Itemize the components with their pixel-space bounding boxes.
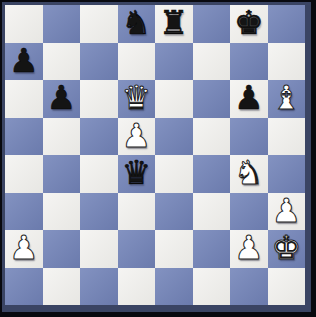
square-c2[interactable] — [80, 230, 118, 268]
square-c5[interactable] — [80, 118, 118, 156]
square-d2[interactable] — [118, 230, 156, 268]
square-c3[interactable] — [80, 193, 118, 231]
square-b6[interactable]: ♟ — [43, 80, 81, 118]
square-d4[interactable]: ♛ — [118, 155, 156, 193]
square-a5[interactable] — [5, 118, 43, 156]
square-e8[interactable]: ♜ — [155, 5, 193, 43]
black-queen-icon[interactable]: ♛ — [121, 156, 151, 189]
square-b1[interactable] — [43, 268, 81, 306]
board-outer-border: ♞♜♚♟♟♛♟♝♟♛♞♟♟♟♚ — [0, 0, 316, 317]
square-c7[interactable] — [80, 43, 118, 81]
square-c1[interactable] — [80, 268, 118, 306]
square-a8[interactable] — [5, 5, 43, 43]
square-h2[interactable]: ♚ — [268, 230, 306, 268]
square-f5[interactable] — [193, 118, 231, 156]
square-f7[interactable] — [193, 43, 231, 81]
black-pawn-icon[interactable]: ♟ — [9, 44, 39, 77]
black-rook-icon[interactable]: ♜ — [159, 6, 189, 39]
black-knight-icon[interactable]: ♞ — [121, 6, 151, 39]
square-f3[interactable] — [193, 193, 231, 231]
square-b2[interactable] — [43, 230, 81, 268]
square-b3[interactable] — [43, 193, 81, 231]
square-f1[interactable] — [193, 268, 231, 306]
square-d5[interactable]: ♟ — [118, 118, 156, 156]
square-g1[interactable] — [230, 268, 268, 306]
square-e6[interactable] — [155, 80, 193, 118]
square-f8[interactable] — [193, 5, 231, 43]
square-g6[interactable]: ♟ — [230, 80, 268, 118]
square-b8[interactable] — [43, 5, 81, 43]
square-b4[interactable] — [43, 155, 81, 193]
square-g2[interactable]: ♟ — [230, 230, 268, 268]
square-e4[interactable] — [155, 155, 193, 193]
white-king-icon[interactable]: ♚ — [271, 231, 301, 264]
square-a7[interactable]: ♟ — [5, 43, 43, 81]
square-a6[interactable] — [5, 80, 43, 118]
square-h4[interactable] — [268, 155, 306, 193]
white-knight-icon[interactable]: ♞ — [234, 156, 264, 189]
square-d3[interactable] — [118, 193, 156, 231]
white-bishop-icon[interactable]: ♝ — [271, 81, 301, 114]
square-g4[interactable]: ♞ — [230, 155, 268, 193]
square-a1[interactable] — [5, 268, 43, 306]
square-g3[interactable] — [230, 193, 268, 231]
square-d6[interactable]: ♛ — [118, 80, 156, 118]
square-e5[interactable] — [155, 118, 193, 156]
square-e3[interactable] — [155, 193, 193, 231]
square-h3[interactable]: ♟ — [268, 193, 306, 231]
square-a2[interactable]: ♟ — [5, 230, 43, 268]
square-h1[interactable] — [268, 268, 306, 306]
square-d8[interactable]: ♞ — [118, 5, 156, 43]
black-pawn-icon[interactable]: ♟ — [234, 81, 264, 114]
square-d7[interactable] — [118, 43, 156, 81]
square-e7[interactable] — [155, 43, 193, 81]
square-c8[interactable] — [80, 5, 118, 43]
square-h8[interactable] — [268, 5, 306, 43]
square-e2[interactable] — [155, 230, 193, 268]
white-pawn-icon[interactable]: ♟ — [121, 119, 151, 152]
square-g8[interactable]: ♚ — [230, 5, 268, 43]
square-f6[interactable] — [193, 80, 231, 118]
square-h7[interactable] — [268, 43, 306, 81]
square-g5[interactable] — [230, 118, 268, 156]
square-a3[interactable] — [5, 193, 43, 231]
chess-board[interactable]: ♞♜♚♟♟♛♟♝♟♛♞♟♟♟♚ — [5, 5, 305, 305]
black-king-icon[interactable]: ♚ — [234, 6, 264, 39]
square-d1[interactable] — [118, 268, 156, 306]
square-f4[interactable] — [193, 155, 231, 193]
white-pawn-icon[interactable]: ♟ — [271, 194, 301, 227]
square-h5[interactable] — [268, 118, 306, 156]
square-c4[interactable] — [80, 155, 118, 193]
white-pawn-icon[interactable]: ♟ — [234, 231, 264, 264]
square-h6[interactable]: ♝ — [268, 80, 306, 118]
black-pawn-icon[interactable]: ♟ — [46, 81, 76, 114]
square-c6[interactable] — [80, 80, 118, 118]
square-b7[interactable] — [43, 43, 81, 81]
square-e1[interactable] — [155, 268, 193, 306]
white-queen-icon[interactable]: ♛ — [121, 81, 151, 114]
square-b5[interactable] — [43, 118, 81, 156]
square-f2[interactable] — [193, 230, 231, 268]
square-g7[interactable] — [230, 43, 268, 81]
white-pawn-icon[interactable]: ♟ — [9, 231, 39, 264]
square-a4[interactable] — [5, 155, 43, 193]
